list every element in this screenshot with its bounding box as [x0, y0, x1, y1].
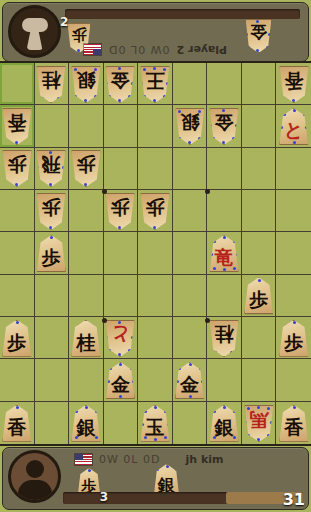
piece-kanji: 歩 — [72, 26, 87, 43]
square-7c[interactable]: 歩 — [69, 148, 104, 190]
piece-kanji: 竜 — [215, 246, 234, 268]
piece-kanji: 銀 — [76, 416, 95, 438]
square-4i[interactable] — [173, 402, 208, 444]
move-dot-icon — [293, 321, 296, 324]
move-dot-icon — [49, 183, 52, 186]
piece-金-gote[interactable]: 金 — [209, 108, 239, 145]
square-2a[interactable] — [242, 63, 277, 105]
square-1g[interactable]: 歩 — [276, 317, 311, 359]
top-player-time-bar — [65, 9, 300, 19]
square-1i[interactable]: 香 — [276, 402, 311, 444]
move-dot-icon — [16, 321, 19, 324]
square-8i[interactable] — [35, 402, 70, 444]
move-dot-icon — [269, 421, 272, 424]
square-1c[interactable] — [276, 148, 311, 190]
square-5i[interactable]: 玉 — [138, 402, 173, 444]
piece-kanji: 馬 — [249, 409, 268, 431]
us-flag-icon — [75, 454, 92, 465]
piece-kanji: 香 — [284, 70, 303, 92]
piece-香-gote[interactable]: 香 — [279, 66, 309, 103]
move-dot-icon — [176, 380, 179, 383]
square-3c[interactable] — [207, 148, 242, 190]
move-dot-icon — [210, 124, 213, 127]
piece-歩-sente[interactable]: 歩 — [36, 235, 66, 272]
square-2g[interactable] — [242, 317, 277, 359]
square-6c[interactable] — [104, 148, 139, 190]
move-dot-icon — [257, 438, 260, 441]
square-3g[interactable]: 桂 — [207, 317, 242, 359]
move-dot-icon — [106, 81, 109, 84]
square-2b[interactable] — [242, 105, 277, 147]
square-6e[interactable] — [104, 232, 139, 274]
move-dot-icon — [233, 410, 236, 413]
square-2h[interactable] — [242, 359, 277, 401]
piece-kanji: 香 — [7, 416, 26, 438]
piece-桂-sente[interactable]: 桂 — [71, 320, 101, 357]
square-1d[interactable] — [276, 190, 311, 232]
piece-銀-sente[interactable]: 銀 — [71, 405, 101, 442]
move-dot-icon — [119, 395, 122, 398]
square-8f[interactable] — [35, 275, 70, 317]
move-dot-icon — [154, 438, 157, 441]
piece-kanji: 金 — [215, 112, 234, 134]
move-dot-icon — [189, 395, 192, 398]
move-dot-icon — [130, 367, 133, 370]
square-6d[interactable]: 歩 — [104, 190, 139, 232]
piece-歩-gote[interactable]: 歩 — [105, 193, 135, 230]
move-dot-icon — [167, 423, 170, 426]
square-8d[interactable]: 歩 — [35, 190, 70, 232]
square-3a[interactable] — [207, 63, 242, 105]
move-dot-icon — [222, 141, 225, 144]
person-avatar-icon — [26, 460, 44, 478]
move-dot-icon — [258, 279, 261, 282]
move-dot-icon — [131, 335, 134, 338]
square-5e[interactable] — [138, 232, 173, 274]
board-grid: 桂銀金王香香銀金と歩飛歩歩歩歩歩竜歩歩桂と桂歩金金香銀玉銀馬香 — [0, 63, 311, 444]
move-dot-icon — [166, 81, 169, 84]
square-3h[interactable] — [207, 359, 242, 401]
square-5h[interactable] — [138, 359, 173, 401]
piece-kanji: 銀 — [180, 112, 199, 134]
captured-count-badge: 2 — [60, 15, 68, 29]
move-dot-icon — [37, 166, 40, 169]
move-dot-icon — [280, 126, 283, 129]
square-5g[interactable] — [138, 317, 173, 359]
move-dot-icon — [93, 322, 96, 325]
square-4d[interactable] — [173, 190, 208, 232]
move-dot-icon — [246, 434, 249, 437]
move-dot-icon — [199, 367, 202, 370]
piece-歩-gote[interactable]: 歩 — [2, 150, 32, 187]
piece-kanji: 銀 — [76, 70, 95, 92]
piece-kanji: 金 — [111, 373, 130, 395]
square-9h[interactable] — [0, 359, 35, 401]
move-dot-icon — [213, 267, 216, 270]
square-8a[interactable]: 桂 — [35, 63, 70, 105]
promoted-piece-と-gote[interactable]: と — [105, 320, 135, 357]
square-5f[interactable] — [138, 275, 173, 317]
move-dot-icon — [140, 81, 143, 84]
piece-飛-gote[interactable]: 飛 — [36, 150, 66, 187]
square-2f[interactable]: 歩 — [242, 275, 277, 317]
piece-kanji: 歩 — [76, 154, 95, 176]
move-dot-icon — [164, 436, 167, 439]
move-dot-icon — [41, 97, 44, 100]
promoted-piece-馬-gote[interactable]: 馬 — [244, 405, 274, 442]
square-3b[interactable]: 金 — [207, 105, 242, 147]
move-dot-icon — [257, 406, 260, 409]
piece-香-sente[interactable]: 香 — [279, 405, 309, 442]
piece-kanji: 歩 — [111, 197, 130, 219]
piece-王-gote[interactable]: 王 — [140, 66, 170, 103]
piece-kanji: 歩 — [7, 331, 26, 353]
move-dot-icon — [76, 322, 79, 325]
move-dot-icon — [144, 436, 147, 439]
move-dot-icon — [49, 225, 52, 228]
piece-銀-gote[interactable]: 銀 — [71, 66, 101, 103]
square-1a[interactable]: 香 — [276, 63, 311, 105]
move-dot-icon — [74, 95, 77, 98]
piece-桂-gote[interactable]: 桂 — [209, 320, 239, 357]
square-3e[interactable]: 竜 — [207, 232, 242, 274]
shogi-board: 桂銀金王香香銀金と歩飛歩歩歩歩歩竜歩歩桂と桂歩金金香銀玉銀馬香 — [0, 61, 311, 446]
move-dot-icon — [58, 97, 61, 100]
square-6a[interactable]: 金 — [104, 63, 139, 105]
square-5d[interactable]: 歩 — [138, 190, 173, 232]
move-dot-icon — [235, 124, 238, 127]
move-dot-icon — [236, 253, 239, 256]
move-dot-icon — [108, 95, 111, 98]
square-4c[interactable] — [173, 148, 208, 190]
square-4f[interactable] — [173, 275, 208, 317]
bottom-player-avatar[interactable] — [8, 450, 61, 503]
piece-kanji: と — [111, 324, 130, 346]
move-dot-icon — [153, 67, 156, 70]
square-6g[interactable]: と — [104, 317, 139, 359]
square-9i[interactable]: 香 — [0, 402, 35, 444]
square-6b[interactable] — [104, 105, 139, 147]
move-dot-icon — [107, 380, 110, 383]
bottom-player-timer: 31 — [283, 492, 305, 508]
move-dot-icon — [75, 436, 78, 439]
square-5a[interactable]: 王 — [138, 63, 173, 105]
bottom-player-bar: 0W 0L 0D jh kim 歩3銀 31 — [2, 447, 309, 510]
move-dot-icon — [119, 363, 122, 366]
piece-香-gote[interactable]: 香 — [2, 108, 32, 145]
move-dot-icon — [163, 68, 166, 71]
square-4h[interactable]: 金 — [173, 359, 208, 401]
move-dot-icon — [213, 436, 216, 439]
move-dot-icon — [144, 410, 147, 413]
square-4a[interactable] — [173, 63, 208, 105]
move-dot-icon — [245, 33, 248, 36]
move-dot-icon — [164, 410, 167, 413]
move-dot-icon — [246, 407, 249, 410]
piece-歩-sente[interactable]: 歩 — [244, 277, 274, 314]
piece-歩-gote[interactable]: 歩 — [71, 150, 101, 187]
square-9b[interactable]: 香 — [0, 105, 35, 147]
piece-kanji: 玉 — [145, 416, 164, 438]
piece-kanji: 王 — [145, 70, 164, 92]
move-dot-icon — [118, 225, 121, 228]
move-dot-icon — [189, 363, 192, 366]
square-3f[interactable] — [207, 275, 242, 317]
move-dot-icon — [94, 68, 97, 71]
square-8c[interactable]: 飛 — [35, 148, 70, 190]
piece-kanji: 銀 — [215, 416, 234, 438]
piece-歩-gote[interactable]: 歩 — [140, 193, 170, 230]
move-dot-icon — [154, 406, 157, 409]
move-dot-icon — [244, 421, 247, 424]
move-dot-icon — [232, 137, 235, 140]
move-dot-icon — [108, 349, 111, 352]
piece-kanji: 歩 — [145, 197, 164, 219]
us-flag-icon — [84, 44, 101, 55]
square-6i[interactable] — [104, 402, 139, 444]
square-7h[interactable] — [69, 359, 104, 401]
move-dot-icon — [305, 126, 308, 129]
move-dot-icon — [177, 137, 180, 140]
piece-kanji: 桂 — [215, 324, 234, 346]
move-dot-icon — [62, 166, 65, 169]
piece-金-gote[interactable]: 金 — [105, 66, 135, 103]
move-dot-icon — [129, 349, 132, 352]
move-dot-icon — [163, 95, 166, 98]
piece-金-sente[interactable]: 金 — [105, 362, 135, 399]
move-dot-icon — [153, 225, 156, 228]
square-5b[interactable] — [138, 105, 173, 147]
piece-kanji: 歩 — [249, 288, 268, 310]
move-dot-icon — [267, 407, 270, 410]
move-dot-icon — [231, 351, 234, 354]
promoted-piece-と-sente[interactable]: と — [279, 108, 309, 145]
square-9g[interactable]: 歩 — [0, 317, 35, 359]
move-dot-icon — [153, 98, 156, 101]
square-7e[interactable] — [69, 232, 104, 274]
square-7b[interactable] — [69, 105, 104, 147]
move-dot-icon — [131, 81, 134, 84]
square-7d[interactable] — [69, 190, 104, 232]
top-player-bar: 歩2金 Player 2 0W 0L 0D — [2, 2, 309, 62]
square-8h[interactable] — [35, 359, 70, 401]
move-dot-icon — [198, 137, 201, 140]
move-dot-icon — [214, 351, 217, 354]
move-dot-icon — [223, 406, 226, 409]
square-6h[interactable]: 金 — [104, 359, 139, 401]
move-dot-icon — [74, 68, 77, 71]
square-1e[interactable] — [276, 232, 311, 274]
square-9a[interactable] — [0, 63, 35, 105]
piece-kanji: 歩 — [7, 154, 26, 176]
square-7f[interactable] — [69, 275, 104, 317]
piece-kanji: 歩 — [42, 197, 61, 219]
square-5c[interactable] — [138, 148, 173, 190]
square-1b[interactable]: と — [276, 105, 311, 147]
move-dot-icon — [16, 406, 19, 409]
move-dot-icon — [213, 410, 216, 413]
move-dot-icon — [94, 95, 97, 98]
move-dot-icon — [223, 268, 226, 271]
move-dot-icon — [95, 410, 98, 413]
move-dot-icon — [212, 137, 215, 140]
piece-金-sente[interactable]: 金 — [175, 362, 205, 399]
square-2e[interactable] — [242, 232, 277, 274]
piece-kanji: 桂 — [76, 331, 95, 353]
move-dot-icon — [178, 367, 181, 370]
bottom-player-idline: 0W 0L 0D jh kim — [75, 453, 223, 466]
promoted-piece-竜-sente[interactable]: 竜 — [209, 235, 239, 272]
square-9d[interactable] — [0, 190, 35, 232]
move-dot-icon — [109, 367, 112, 370]
top-player-avatar[interactable] — [8, 5, 61, 58]
piece-銀-gote[interactable]: 銀 — [175, 108, 205, 145]
move-dot-icon — [201, 380, 204, 383]
move-dot-icon — [283, 113, 286, 116]
piece-銀-sente[interactable]: 銀 — [209, 405, 239, 442]
square-2d[interactable] — [242, 190, 277, 232]
move-dot-icon — [85, 406, 88, 409]
move-dot-icon — [141, 423, 144, 426]
move-dot-icon — [50, 236, 53, 239]
move-dot-icon — [143, 95, 146, 98]
move-dot-icon — [268, 33, 271, 36]
move-dot-icon — [267, 434, 270, 437]
move-dot-icon — [95, 436, 98, 439]
captured-count-badge: 3 — [100, 490, 108, 504]
move-dot-icon — [118, 352, 121, 355]
move-dot-icon — [75, 410, 78, 413]
piece-kanji: 香 — [284, 416, 303, 438]
move-dot-icon — [88, 469, 91, 472]
square-2c[interactable] — [242, 148, 277, 190]
bottom-player-record: 0W 0L 0D — [99, 453, 160, 466]
move-dot-icon — [129, 95, 132, 98]
move-dot-icon — [166, 465, 169, 468]
move-dot-icon — [303, 113, 306, 116]
square-7a[interactable]: 銀 — [69, 63, 104, 105]
piece-香-sente[interactable]: 香 — [2, 405, 32, 442]
piece-歩-sente[interactable]: 歩 — [2, 320, 32, 357]
move-dot-icon — [293, 141, 296, 144]
piece-玉-sente[interactable]: 玉 — [140, 405, 170, 442]
square-8e[interactable]: 歩 — [35, 232, 70, 274]
square-7i[interactable]: 銀 — [69, 402, 104, 444]
square-8g[interactable] — [35, 317, 70, 359]
move-dot-icon — [233, 436, 236, 439]
move-dot-icon — [106, 335, 109, 338]
shogi-piece-avatar-icon — [22, 18, 48, 32]
piece-歩-sente[interactable]: 歩 — [279, 320, 309, 357]
top-player-name: Player 2 — [177, 43, 227, 56]
piece-桂-gote[interactable]: 桂 — [36, 66, 66, 103]
top-player-record: 0W 0L 0D — [108, 43, 169, 56]
piece-kanji: 金 — [111, 70, 130, 92]
move-dot-icon — [143, 68, 146, 71]
move-dot-icon — [84, 183, 87, 186]
move-dot-icon — [223, 236, 226, 239]
square-4e[interactable] — [173, 232, 208, 274]
square-9f[interactable] — [0, 275, 35, 317]
move-dot-icon — [293, 406, 296, 409]
move-dot-icon — [15, 141, 18, 144]
piece-kanji: と — [284, 119, 303, 141]
square-9e[interactable] — [0, 232, 35, 274]
move-dot-icon — [293, 109, 296, 112]
square-2i[interactable]: 馬 — [242, 402, 277, 444]
piece-歩-gote[interactable]: 歩 — [36, 193, 66, 230]
move-dot-icon — [175, 468, 178, 471]
move-dot-icon — [188, 141, 191, 144]
star-point — [102, 318, 107, 323]
square-9c[interactable]: 歩 — [0, 148, 35, 190]
move-dot-icon — [156, 468, 159, 471]
piece-kanji: 歩 — [42, 246, 61, 268]
move-dot-icon — [15, 183, 18, 186]
move-dot-icon — [213, 240, 216, 243]
square-7g[interactable]: 桂 — [69, 317, 104, 359]
square-8b[interactable] — [35, 105, 70, 147]
piece-kanji: 金 — [250, 22, 267, 41]
square-3d[interactable] — [207, 190, 242, 232]
square-6f[interactable] — [104, 275, 139, 317]
piece-kanji: 飛 — [42, 154, 61, 176]
piece-kanji: 歩 — [284, 331, 303, 353]
square-3i[interactable]: 銀 — [207, 402, 242, 444]
piece-kanji: 香 — [7, 112, 26, 134]
square-4b[interactable]: 銀 — [173, 105, 208, 147]
move-dot-icon — [84, 98, 87, 101]
move-dot-icon — [118, 98, 121, 101]
square-4g[interactable] — [173, 317, 208, 359]
piece-kanji: 金 — [180, 373, 199, 395]
move-dot-icon — [210, 253, 213, 256]
bottom-player-name: jh kim — [185, 453, 223, 466]
move-dot-icon — [233, 267, 236, 270]
move-dot-icon — [132, 380, 135, 383]
piece-kanji: 桂 — [42, 70, 61, 92]
move-dot-icon — [292, 98, 295, 101]
move-dot-icon — [233, 240, 236, 243]
square-1f[interactable] — [276, 275, 311, 317]
square-1h[interactable] — [276, 359, 311, 401]
